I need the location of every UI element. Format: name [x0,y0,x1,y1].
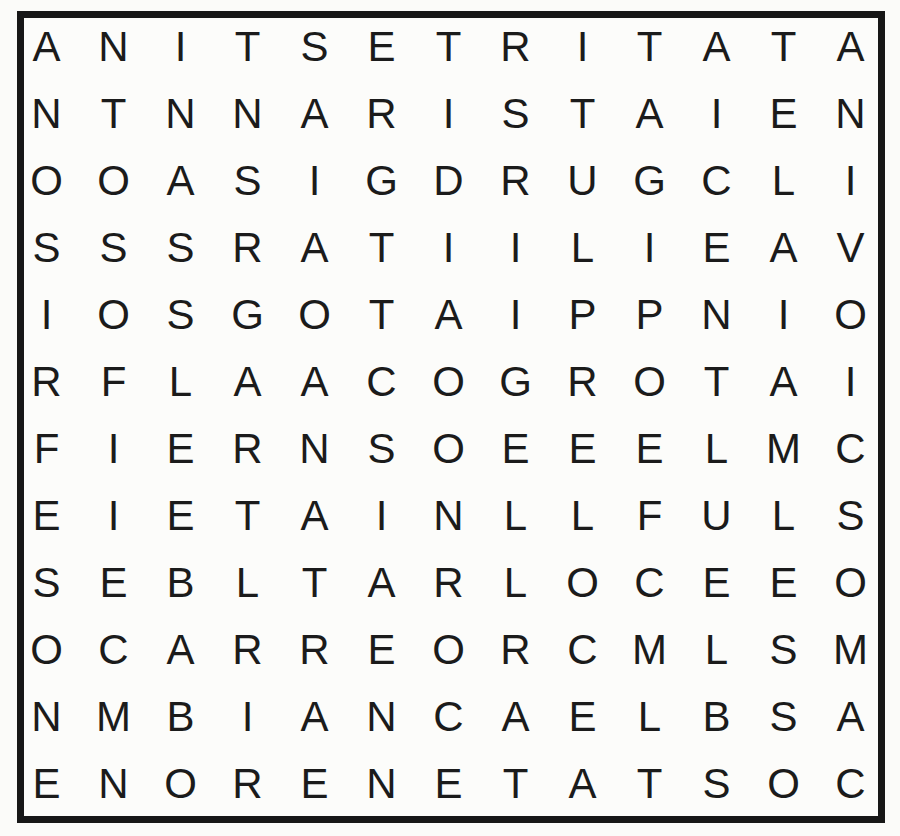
grid-cell[interactable]: R [214,415,281,482]
grid-cell[interactable]: F [80,348,147,415]
grid-letter: T [436,26,462,68]
grid-cell[interactable]: A [147,616,214,683]
grid-letter: S [166,227,194,269]
grid-cell[interactable]: E [750,549,817,616]
grid-letter: T [771,26,797,68]
grid-letter: E [300,763,328,805]
grid-letter: U [567,160,597,202]
grid-cell[interactable]: A [214,348,281,415]
grid-cell[interactable]: O [147,750,214,817]
grid-cell[interactable]: O [616,348,683,415]
grid-letter: N [835,93,865,135]
grid-letter: O [767,763,800,805]
grid-cell[interactable]: C [415,683,482,750]
grid-letter: E [434,763,462,805]
grid-letter: L [705,629,728,671]
grid-letter: S [300,26,328,68]
grid-cell[interactable]: I [549,13,616,80]
grid-letter: O [834,294,867,336]
grid-cell[interactable]: I [415,80,482,147]
grid-cell[interactable]: M [80,683,147,750]
grid-cell[interactable]: C [80,616,147,683]
grid-cell[interactable]: A [817,683,884,750]
grid-cell[interactable]: N [80,750,147,817]
grid-letter: R [500,26,530,68]
grid-letter: T [235,495,261,537]
grid-letter: F [34,428,60,470]
grid-letter: O [432,428,465,470]
grid-cell[interactable]: R [214,750,281,817]
grid-cell[interactable]: R [482,616,549,683]
grid-letter: L [571,227,594,269]
grid-letter: E [568,696,596,738]
grid-cell[interactable]: A [482,683,549,750]
grid-cell[interactable]: S [482,80,549,147]
grid-letter: I [41,294,53,336]
grid-letter: A [836,696,864,738]
grid-cell[interactable]: N [147,80,214,147]
grid-letter: E [166,495,194,537]
grid-letter: A [32,26,60,68]
grid-letter: I [175,26,187,68]
grid-cell[interactable]: E [147,415,214,482]
grid-letter: E [32,495,60,537]
grid-cell[interactable]: U [683,482,750,549]
grid-cell[interactable]: C [549,616,616,683]
grid-cell[interactable]: I [147,13,214,80]
grid-letter: R [500,629,530,671]
grid-letter: S [233,160,261,202]
grid-cell[interactable]: V [817,214,884,281]
grid-cell[interactable]: A [750,348,817,415]
grid-cell[interactable]: R [214,616,281,683]
grid-cell[interactable]: E [281,750,348,817]
grid-letter: M [632,629,667,671]
grid-cell[interactable]: E [80,549,147,616]
grid-cell[interactable]: L [750,482,817,549]
grid-cell[interactable]: E [549,415,616,482]
grid-letter: T [369,294,395,336]
grid-cell[interactable]: T [616,750,683,817]
grid-cell[interactable]: A [281,80,348,147]
grid-cell[interactable]: C [616,549,683,616]
grid-cell[interactable]: C [348,348,415,415]
grid-letter: I [845,361,857,403]
grid-cell[interactable]: E [415,750,482,817]
grid-cell[interactable]: P [549,281,616,348]
grid-cell[interactable]: M [817,616,884,683]
grid-letter: L [571,495,594,537]
grid-letter: E [568,428,596,470]
grid-cell[interactable]: A [616,80,683,147]
grid-letter: I [711,93,723,135]
grid-cell[interactable]: L [147,348,214,415]
grid-letter: S [32,227,60,269]
grid-cell[interactable]: C [817,415,884,482]
grid-cell[interactable]: R [482,147,549,214]
grid-cell[interactable]: O [817,281,884,348]
word-search-grid: ANITSETRITATANTNNARISTAIENOOASIGDRUGCLIS… [13,13,884,817]
grid-cell[interactable]: A [549,750,616,817]
grid-letter: O [432,629,465,671]
grid-cell[interactable]: A [281,683,348,750]
grid-letter: O [30,160,63,202]
grid-cell[interactable]: E [750,80,817,147]
grid-cell[interactable]: A [348,549,415,616]
grid-letter: G [231,294,264,336]
grid-cell[interactable]: N [13,683,80,750]
grid-letter: T [101,93,127,135]
grid-cell[interactable]: A [281,348,348,415]
grid-cell[interactable]: S [817,482,884,549]
grid-cell[interactable]: A [683,13,750,80]
grid-cell[interactable]: S [147,214,214,281]
grid-cell[interactable]: E [348,13,415,80]
grid-letter: O [633,361,666,403]
grid-letter: M [833,629,868,671]
grid-cell[interactable]: O [415,616,482,683]
grid-letter: C [634,562,664,604]
grid-cell[interactable]: I [415,214,482,281]
grid-letter: A [568,763,596,805]
grid-letter: G [633,160,666,202]
grid-letter: A [769,361,797,403]
grid-cell[interactable]: O [13,616,80,683]
grid-letter: C [433,696,463,738]
grid-letter: E [99,562,127,604]
grid-cell[interactable]: E [683,214,750,281]
grid-letter: N [165,93,195,135]
grid-cell[interactable]: T [348,214,415,281]
grid-letter: C [567,629,597,671]
grid-cell[interactable]: I [348,482,415,549]
grid-cell[interactable]: E [549,683,616,750]
grid-letter: I [778,294,790,336]
grid-cell[interactable]: D [415,147,482,214]
grid-cell[interactable]: E [348,616,415,683]
grid-cell[interactable]: E [482,415,549,482]
grid-letter: F [637,495,663,537]
grid-cell[interactable]: I [817,348,884,415]
grid-letter: A [434,294,462,336]
grid-cell[interactable]: E [13,482,80,549]
grid-cell[interactable]: F [13,415,80,482]
grid-cell[interactable]: A [817,13,884,80]
grid-letter: S [769,696,797,738]
grid-cell[interactable]: N [281,415,348,482]
grid-cell[interactable]: L [683,616,750,683]
grid-letter: I [242,696,254,738]
grid-cell[interactable]: R [482,13,549,80]
grid-cell[interactable]: R [348,80,415,147]
grid-cell[interactable]: E [683,549,750,616]
grid-letter: I [845,160,857,202]
grid-cell[interactable]: T [482,750,549,817]
grid-cell[interactable]: I [80,482,147,549]
grid-letter: T [503,763,529,805]
grid-letter: C [701,160,731,202]
grid-letter: I [510,294,522,336]
grid-letter: N [31,93,61,135]
grid-letter: E [32,763,60,805]
grid-letter: T [704,361,730,403]
grid-letter: A [769,227,797,269]
grid-letter: L [638,696,661,738]
grid-letter: S [501,93,529,135]
grid-letter: N [98,763,128,805]
grid-cell[interactable]: I [13,281,80,348]
grid-cell[interactable]: S [281,13,348,80]
grid-cell[interactable]: C [683,147,750,214]
grid-letter: A [166,629,194,671]
grid-cell[interactable]: E [147,482,214,549]
grid-cell[interactable]: F [616,482,683,549]
grid-cell[interactable]: R [214,214,281,281]
grid-letter: L [705,428,728,470]
grid-letter: E [166,428,194,470]
grid-letter: B [166,562,194,604]
grid-cell[interactable]: T [80,80,147,147]
grid-letter: T [369,227,395,269]
grid-letter: E [702,562,730,604]
grid-cell[interactable]: N [415,482,482,549]
grid-letter: N [31,696,61,738]
grid-letter: M [96,696,131,738]
grid-cell[interactable]: O [415,348,482,415]
grid-letter: A [300,227,328,269]
grid-cell[interactable]: L [214,549,281,616]
grid-cell[interactable]: N [13,80,80,147]
grid-cell[interactable]: S [80,214,147,281]
grid-cell[interactable]: E [616,415,683,482]
grid-cell[interactable]: L [482,549,549,616]
grid-cell[interactable]: A [13,13,80,80]
grid-cell[interactable]: S [683,750,750,817]
grid-cell[interactable]: O [13,147,80,214]
grid-letter: S [769,629,797,671]
grid-letter: C [366,361,396,403]
grid-cell[interactable]: N [683,281,750,348]
grid-cell[interactable]: N [214,80,281,147]
grid-cell[interactable]: S [750,616,817,683]
grid-cell[interactable]: A [281,214,348,281]
grid-cell[interactable]: I [482,214,549,281]
grid-cell[interactable]: I [817,147,884,214]
grid-cell[interactable]: M [750,415,817,482]
grid-cell[interactable]: A [281,482,348,549]
grid-cell[interactable]: O [281,281,348,348]
grid-letter: I [443,227,455,269]
grid-cell[interactable]: A [750,214,817,281]
grid-letter: G [499,361,532,403]
grid-cell[interactable]: T [214,13,281,80]
grid-letter: O [97,160,130,202]
grid-letter: T [637,763,663,805]
grid-letter: A [300,93,328,135]
grid-cell[interactable]: G [214,281,281,348]
grid-letter: F [101,361,127,403]
grid-cell[interactable]: B [147,549,214,616]
grid-cell[interactable]: I [683,80,750,147]
grid-cell[interactable]: U [549,147,616,214]
grid-cell[interactable]: R [415,549,482,616]
grid-cell[interactable]: B [147,683,214,750]
grid-cell[interactable]: L [750,147,817,214]
grid-letter: P [635,294,663,336]
grid-letter: R [232,428,262,470]
grid-letter: T [570,93,596,135]
grid-letter: N [701,294,731,336]
grid-cell[interactable]: S [13,214,80,281]
grid-cell[interactable]: I [80,415,147,482]
grid-letter: T [637,26,663,68]
grid-cell[interactable]: O [80,147,147,214]
grid-letter: L [772,495,795,537]
grid-letter: D [433,160,463,202]
grid-letter: P [568,294,596,336]
grid-cell[interactable]: G [482,348,549,415]
grid-cell[interactable]: I [750,281,817,348]
grid-letter: I [443,93,455,135]
grid-cell[interactable]: S [214,147,281,214]
grid-letter: A [501,696,529,738]
grid-letter: E [367,629,395,671]
grid-cell[interactable]: G [616,147,683,214]
grid-cell[interactable]: E [13,750,80,817]
grid-letter: C [98,629,128,671]
grid-letter: A [300,361,328,403]
grid-letter: S [367,428,395,470]
grid-cell[interactable]: N [348,683,415,750]
grid-cell[interactable]: T [281,549,348,616]
grid-letter: R [31,361,61,403]
grid-letter: R [567,361,597,403]
grid-letter: S [702,763,730,805]
grid-cell[interactable]: A [415,281,482,348]
grid-cell[interactable]: T [750,13,817,80]
grid-cell[interactable]: S [750,683,817,750]
grid-cell[interactable]: N [348,750,415,817]
grid-letter: O [566,562,599,604]
grid-letter: O [298,294,331,336]
grid-cell[interactable]: M [616,616,683,683]
grid-cell[interactable]: I [281,147,348,214]
grid-cell[interactable]: S [13,549,80,616]
grid-cell[interactable]: R [13,348,80,415]
grid-letter: S [166,294,194,336]
grid-letter: E [769,93,797,135]
grid-cell[interactable]: S [348,415,415,482]
grid-letter: R [232,227,262,269]
grid-cell[interactable]: O [415,415,482,482]
grid-cell[interactable]: R [281,616,348,683]
grid-cell[interactable]: L [482,482,549,549]
grid-letter: O [834,562,867,604]
grid-cell[interactable]: I [482,281,549,348]
grid-cell[interactable]: R [549,348,616,415]
grid-cell[interactable]: O [750,750,817,817]
grid-letter: O [30,629,63,671]
grid-letter: B [166,696,194,738]
grid-cell[interactable]: S [147,281,214,348]
grid-letter: C [835,428,865,470]
grid-letter: L [236,562,259,604]
grid-letter: B [702,696,730,738]
grid-cell[interactable]: I [214,683,281,750]
grid-cell[interactable]: L [616,683,683,750]
grid-letter: V [836,227,864,269]
grid-letter: N [299,428,329,470]
grid-letter: A [166,160,194,202]
grid-letter: I [577,26,589,68]
grid-cell[interactable]: N [817,80,884,147]
grid-cell[interactable]: O [549,549,616,616]
grid-letter: A [635,93,663,135]
grid-cell[interactable]: B [683,683,750,750]
grid-letter: E [367,26,395,68]
grid-letter: R [232,629,262,671]
grid-cell[interactable]: L [549,214,616,281]
grid-letter: I [108,428,120,470]
grid-letter: N [366,696,396,738]
grid-letter: S [32,562,60,604]
grid-letter: N [98,26,128,68]
grid-letter: A [233,361,261,403]
grid-letter: T [235,26,261,68]
grid-letter: A [300,696,328,738]
grid-letter: U [701,495,731,537]
grid-letter: L [772,160,795,202]
grid-letter: R [232,763,262,805]
grid-letter: I [376,495,388,537]
grid-cell[interactable]: L [683,415,750,482]
grid-cell[interactable]: T [683,348,750,415]
grid-cell[interactable]: I [616,214,683,281]
grid-letter: G [365,160,398,202]
grid-cell[interactable]: G [348,147,415,214]
grid-letter: I [108,495,120,537]
grid-letter: A [702,26,730,68]
grid-letter: M [766,428,801,470]
grid-letter: I [510,227,522,269]
grid-letter: L [504,495,527,537]
grid-letter: A [300,495,328,537]
grid-letter: E [501,428,529,470]
grid-letter: E [769,562,797,604]
grid-cell[interactable]: T [348,281,415,348]
grid-letter: R [433,562,463,604]
grid-cell[interactable]: A [147,147,214,214]
grid-cell[interactable]: L [549,482,616,549]
grid-cell[interactable]: O [817,549,884,616]
grid-letter: E [635,428,663,470]
grid-letter: L [504,562,527,604]
grid-letter: T [302,562,328,604]
grid-cell[interactable]: O [80,281,147,348]
grid-letter: R [299,629,329,671]
grid-cell[interactable]: P [616,281,683,348]
grid-cell[interactable]: T [415,13,482,80]
grid-letter: N [232,93,262,135]
grid-letter: N [433,495,463,537]
grid-cell[interactable]: T [549,80,616,147]
grid-letter: O [97,294,130,336]
grid-letter: R [500,160,530,202]
grid-cell[interactable]: N [80,13,147,80]
grid-cell[interactable]: T [214,482,281,549]
grid-cell[interactable]: T [616,13,683,80]
grid-cell[interactable]: C [817,750,884,817]
